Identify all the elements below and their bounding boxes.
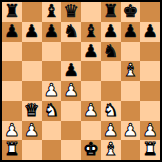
chess-board: ♜♝♛♜♚♟♟♟♞♝♟♟♟♟♞♟♝♟♟♛♞♟♞♟♟♟♟♟♜♚♝♜ — [0, 0, 162, 162]
square-h1[interactable]: ♜ — [140, 140, 160, 160]
white-pawn-icon: ♟ — [123, 122, 139, 140]
square-a1[interactable]: ♜ — [2, 140, 22, 160]
square-h7[interactable]: ♟ — [140, 22, 160, 42]
black-pawn-icon: ♟ — [83, 43, 99, 61]
square-e3[interactable]: ♟ — [81, 101, 101, 121]
black-rook-icon: ♜ — [103, 3, 119, 21]
black-pawn-icon: ♟ — [123, 23, 139, 41]
black-knight-icon: ♞ — [63, 23, 79, 41]
white-king-icon: ♚ — [83, 141, 99, 159]
black-queen-icon: ♛ — [63, 3, 79, 21]
white-bishop-icon: ♝ — [123, 62, 139, 80]
square-a3[interactable] — [2, 101, 22, 121]
square-e7[interactable]: ♝ — [81, 22, 101, 42]
square-d1[interactable] — [61, 140, 81, 160]
black-king-icon: ♚ — [123, 3, 139, 21]
black-pawn-icon: ♟ — [63, 62, 79, 80]
square-g6[interactable] — [121, 42, 141, 62]
chess-board-wrapper: ♜♝♛♜♚♟♟♟♞♝♟♟♟♟♞♟♝♟♟♛♞♟♞♟♟♟♟♟♜♚♝♜ — [0, 0, 162, 162]
square-f8[interactable]: ♜ — [101, 2, 121, 22]
black-bishop-icon: ♝ — [44, 3, 60, 21]
square-d5[interactable]: ♟ — [61, 61, 81, 81]
square-a8[interactable]: ♜ — [2, 2, 22, 22]
black-knight-icon: ♞ — [103, 43, 119, 61]
square-f4[interactable] — [101, 81, 121, 101]
square-f2[interactable]: ♟ — [101, 121, 121, 141]
white-rook-icon: ♜ — [4, 141, 20, 159]
square-c1[interactable] — [42, 140, 62, 160]
square-a2[interactable]: ♟ — [2, 121, 22, 141]
black-pawn-icon: ♟ — [142, 23, 158, 41]
square-f5[interactable] — [101, 61, 121, 81]
square-c3[interactable]: ♞ — [42, 101, 62, 121]
square-b8[interactable] — [22, 2, 42, 22]
black-bishop-icon: ♝ — [83, 23, 99, 41]
square-c8[interactable]: ♝ — [42, 2, 62, 22]
square-h3[interactable] — [140, 101, 160, 121]
white-bishop-icon: ♝ — [103, 141, 119, 159]
white-pawn-icon: ♟ — [103, 122, 119, 140]
square-d6[interactable] — [61, 42, 81, 62]
white-knight-icon: ♞ — [44, 102, 60, 120]
square-g4[interactable] — [121, 81, 141, 101]
white-knight-icon: ♞ — [103, 102, 119, 120]
white-pawn-icon: ♟ — [63, 82, 79, 100]
square-b7[interactable]: ♟ — [22, 22, 42, 42]
square-h2[interactable]: ♟ — [140, 121, 160, 141]
square-a5[interactable] — [2, 61, 22, 81]
square-e5[interactable] — [81, 61, 101, 81]
black-pawn-icon: ♟ — [103, 23, 119, 41]
white-rook-icon: ♜ — [142, 141, 158, 159]
square-f3[interactable]: ♞ — [101, 101, 121, 121]
black-rook-icon: ♜ — [4, 3, 20, 21]
square-d8[interactable]: ♛ — [61, 2, 81, 22]
white-pawn-icon: ♟ — [24, 122, 40, 140]
square-g8[interactable]: ♚ — [121, 2, 141, 22]
square-e6[interactable]: ♟ — [81, 42, 101, 62]
square-h6[interactable] — [140, 42, 160, 62]
square-a4[interactable] — [2, 81, 22, 101]
square-h5[interactable] — [140, 61, 160, 81]
black-pawn-icon: ♟ — [44, 23, 60, 41]
square-h4[interactable] — [140, 81, 160, 101]
black-pawn-icon: ♟ — [4, 23, 20, 41]
square-e8[interactable] — [81, 2, 101, 22]
square-e1[interactable]: ♚ — [81, 140, 101, 160]
square-f7[interactable]: ♟ — [101, 22, 121, 42]
square-d7[interactable]: ♞ — [61, 22, 81, 42]
square-c4[interactable]: ♟ — [42, 81, 62, 101]
square-b4[interactable] — [22, 81, 42, 101]
square-f6[interactable]: ♞ — [101, 42, 121, 62]
square-a6[interactable] — [2, 42, 22, 62]
square-e2[interactable] — [81, 121, 101, 141]
square-b1[interactable] — [22, 140, 42, 160]
black-pawn-icon: ♟ — [24, 23, 40, 41]
square-b6[interactable] — [22, 42, 42, 62]
square-a7[interactable]: ♟ — [2, 22, 22, 42]
square-g5[interactable]: ♝ — [121, 61, 141, 81]
square-h8[interactable] — [140, 2, 160, 22]
square-e4[interactable] — [81, 81, 101, 101]
square-b5[interactable] — [22, 61, 42, 81]
square-d3[interactable] — [61, 101, 81, 121]
white-queen-icon: ♛ — [24, 102, 40, 120]
white-pawn-icon: ♟ — [4, 122, 20, 140]
square-g3[interactable] — [121, 101, 141, 121]
square-d4[interactable]: ♟ — [61, 81, 81, 101]
square-c5[interactable] — [42, 61, 62, 81]
white-pawn-icon: ♟ — [83, 102, 99, 120]
square-g7[interactable]: ♟ — [121, 22, 141, 42]
square-c6[interactable] — [42, 42, 62, 62]
square-c7[interactable]: ♟ — [42, 22, 62, 42]
square-c2[interactable] — [42, 121, 62, 141]
square-b2[interactable]: ♟ — [22, 121, 42, 141]
white-pawn-icon: ♟ — [44, 82, 60, 100]
square-f1[interactable]: ♝ — [101, 140, 121, 160]
square-g2[interactable]: ♟ — [121, 121, 141, 141]
square-b3[interactable]: ♛ — [22, 101, 42, 121]
square-g1[interactable] — [121, 140, 141, 160]
white-pawn-icon: ♟ — [142, 122, 158, 140]
square-d2[interactable] — [61, 121, 81, 141]
